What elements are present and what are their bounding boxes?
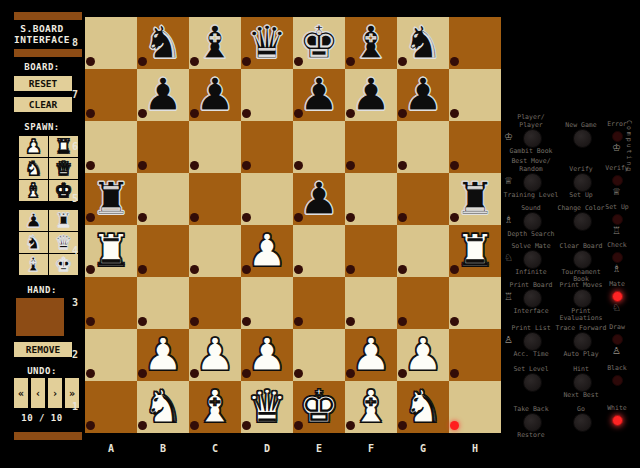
square-e7[interactable]: ♟ — [293, 69, 345, 121]
player-player-button[interactable] — [523, 129, 542, 148]
square-e3[interactable] — [293, 277, 345, 329]
square-led-g5 — [398, 213, 407, 222]
square-led-e5 — [294, 213, 303, 222]
square-led-g3 — [398, 317, 407, 326]
square-led-h7 — [450, 109, 459, 118]
square-b3[interactable] — [137, 277, 189, 329]
square-d5[interactable] — [241, 173, 293, 225]
chess-board: ♞♝♛♚♝♞♟♟♟♟♟♜♟♜♜♟♜♟♟♟♟♟♞♝♛♚♝♞ — [85, 17, 501, 433]
set-level-button[interactable] — [523, 373, 542, 392]
square-c1[interactable]: ♝ — [189, 381, 241, 433]
knight-icon: ♘ — [612, 303, 621, 313]
square-led-e1 — [294, 421, 303, 430]
spawn-black-knight[interactable]: ♞ — [19, 232, 48, 253]
square-led-b7 — [138, 109, 147, 118]
square-h4[interactable]: ♜ — [449, 225, 501, 277]
square-led-f3 — [346, 317, 355, 326]
spawn-white-pawn[interactable]: ♟ — [19, 136, 48, 157]
square-led-a5 — [86, 213, 95, 222]
black-pawn-icon: ♟ — [25, 211, 42, 230]
hand-slot[interactable] — [16, 298, 64, 336]
square-h3[interactable] — [449, 277, 501, 329]
hint-button[interactable] — [573, 373, 592, 392]
square-f2[interactable]: ♟ — [345, 329, 397, 381]
spawn-black-rook[interactable]: ♜ — [49, 210, 78, 231]
spawn-black-king[interactable]: ♚ — [49, 254, 78, 275]
square-c2[interactable]: ♟ — [189, 329, 241, 381]
pawn-icon: ♙ — [612, 346, 621, 356]
square-c3[interactable] — [189, 277, 241, 329]
square-led-f5 — [346, 213, 355, 222]
square-led-e6 — [294, 161, 303, 170]
set-up-led — [612, 214, 623, 225]
sboard-interface-app: S.BOARD INTERFACE BOARD: RESET CLEAR SPA… — [0, 0, 640, 468]
console-row-1: ♔Player/ PlayerGambit BookNew GameError♔ — [500, 116, 640, 158]
square-led-a6 — [86, 161, 95, 170]
rank-label-6: 6 — [68, 141, 82, 152]
black-king-icon: ♚ — [55, 255, 72, 274]
file-label-h: H — [449, 443, 501, 454]
undo-button[interactable]: ‹ — [31, 378, 45, 408]
square-led-h5 — [450, 213, 459, 222]
rook-icon: ♖ — [612, 226, 621, 236]
square-d6[interactable] — [241, 121, 293, 173]
square-d1[interactable]: ♛ — [241, 381, 293, 433]
black-pawn-c7[interactable]: ♟ — [195, 69, 235, 121]
square-led-h2 — [450, 369, 459, 378]
square-b7[interactable]: ♟ — [137, 69, 189, 121]
bishop-icon: ♗ — [612, 264, 621, 274]
square-led-a8 — [86, 57, 95, 66]
square-led-f2 — [346, 369, 355, 378]
solve-mate-button[interactable] — [523, 250, 542, 269]
black-bishop-f8[interactable]: ♝ — [351, 17, 391, 69]
square-c6[interactable] — [189, 121, 241, 173]
square-h6[interactable] — [449, 121, 501, 173]
square-b2[interactable]: ♟ — [137, 329, 189, 381]
square-led-b1 — [138, 421, 147, 430]
print-moves-button[interactable] — [573, 289, 592, 308]
clear-board-button[interactable] — [573, 250, 592, 269]
go-button[interactable] — [573, 413, 592, 432]
spawn-white-queen[interactable]: ♛ — [49, 158, 78, 179]
white-queen-icon: ♛ — [55, 159, 72, 178]
square-led-d8 — [242, 57, 251, 66]
square-led-h6 — [450, 161, 459, 170]
square-d4[interactable]: ♟ — [241, 225, 293, 277]
label-led-set-up: Set Up — [597, 204, 637, 211]
console-row-3: ♗SoundDepth SearchChange ColorSet Up♖ — [500, 199, 640, 241]
label-led-mate: Mate — [597, 281, 637, 288]
label-led-error: Error — [597, 121, 637, 128]
square-e1[interactable]: ♚ — [293, 381, 345, 433]
square-led-b6 — [138, 161, 147, 170]
new-game-button[interactable] — [573, 129, 592, 148]
console-row-6: ♙Print ListAcc. TimeTrace ForwardAuto Pl… — [500, 319, 640, 361]
square-led-g7 — [398, 109, 407, 118]
square-led-g4 — [398, 265, 407, 274]
label-led-check: Check — [597, 242, 637, 249]
square-led-d7 — [242, 109, 251, 118]
white-pawn-c2[interactable]: ♟ — [195, 329, 235, 381]
square-h5[interactable]: ♜ — [449, 173, 501, 225]
spawn-black-bishop[interactable]: ♝ — [19, 254, 48, 275]
white-king-e1[interactable]: ♚ — [299, 381, 339, 433]
label-auto-play: Auto Play — [552, 351, 610, 358]
square-h7[interactable] — [449, 69, 501, 121]
square-c5[interactable] — [189, 173, 241, 225]
hand-section-label: HAND: — [0, 285, 84, 295]
square-g6[interactable] — [397, 121, 449, 173]
square-led-c4 — [190, 265, 199, 274]
square-b8[interactable]: ♞ — [137, 17, 189, 69]
square-led-h8 — [450, 57, 459, 66]
square-led-g1 — [398, 421, 407, 430]
spawn-white-bishop[interactable]: ♝ — [19, 180, 48, 201]
square-led-e3 — [294, 317, 303, 326]
label-gambit-book: Gambit Book — [500, 148, 562, 155]
square-g1[interactable]: ♞ — [397, 381, 449, 433]
white-bishop-icon: ♝ — [25, 181, 42, 200]
draw-led — [612, 334, 623, 345]
square-h2[interactable] — [449, 329, 501, 381]
king-icon: ♔ — [504, 132, 513, 142]
queen-icon: ♕ — [612, 187, 621, 197]
square-d8[interactable]: ♛ — [241, 17, 293, 69]
label-led-verify: Verify — [597, 165, 637, 172]
black-bishop-c8[interactable]: ♝ — [195, 17, 235, 69]
spawn-black-pawn[interactable]: ♟ — [19, 210, 48, 231]
square-g4[interactable] — [397, 225, 449, 277]
square-led-d5 — [242, 213, 251, 222]
king-icon: ♔ — [612, 143, 621, 153]
square-led-g8 — [398, 57, 407, 66]
label-led-draw: Draw — [597, 324, 637, 331]
label-next-best: Next Best — [552, 392, 610, 399]
square-g5[interactable] — [397, 173, 449, 225]
label-led-white: White — [597, 405, 637, 412]
square-led-b5 — [138, 213, 147, 222]
black-knight-g8[interactable]: ♞ — [403, 17, 443, 69]
square-led-g2 — [398, 369, 407, 378]
label-led-black: Black — [597, 365, 637, 372]
square-led-f1 — [346, 421, 355, 430]
square-led-d3 — [242, 317, 251, 326]
square-a4[interactable]: ♜ — [85, 225, 137, 277]
queen-icon: ♕ — [504, 176, 513, 186]
square-c8[interactable]: ♝ — [189, 17, 241, 69]
square-a1[interactable] — [85, 381, 137, 433]
black-knight-b8[interactable]: ♞ — [143, 17, 183, 69]
undo-count: 10 / 10 — [0, 413, 84, 423]
white-bishop-c1[interactable]: ♝ — [195, 381, 235, 433]
rank-label-7: 7 — [68, 89, 82, 100]
square-b6[interactable] — [137, 121, 189, 173]
square-d3[interactable] — [241, 277, 293, 329]
mate-led — [612, 291, 623, 302]
square-led-e7 — [294, 109, 303, 118]
trace-forward-button[interactable] — [573, 332, 592, 351]
square-led-a2 — [86, 369, 95, 378]
chess-computer-console: Computing ♔Player/ PlayerGambit BookNew … — [500, 0, 640, 468]
print-board-button[interactable] — [523, 289, 542, 308]
square-led-b2 — [138, 369, 147, 378]
square-e2[interactable] — [293, 329, 345, 381]
square-d7[interactable] — [241, 69, 293, 121]
rank-label-5: 5 — [68, 193, 82, 204]
square-e6[interactable] — [293, 121, 345, 173]
square-led-c5 — [190, 213, 199, 222]
square-led-c7 — [190, 109, 199, 118]
black-bishop-icon: ♝ — [25, 255, 42, 274]
white-pawn-b2[interactable]: ♟ — [143, 329, 183, 381]
square-led-f8 — [346, 57, 355, 66]
label-restore: Restore — [500, 432, 562, 439]
square-led-d1 — [242, 421, 251, 430]
square-led-d6 — [242, 161, 251, 170]
console-row-5: ♖Print BoardInterfacePrint MovesPrint Ev… — [500, 276, 640, 318]
square-d2[interactable]: ♟ — [241, 329, 293, 381]
console-row-2: ♕Best Move/ RandomTraining LevelVerifySe… — [500, 160, 640, 202]
square-g2[interactable]: ♟ — [397, 329, 449, 381]
square-led-c1 — [190, 421, 199, 430]
white-pawn-icon: ♟ — [25, 137, 42, 156]
undo-all-button[interactable]: « — [14, 378, 28, 408]
print-list-button[interactable] — [523, 332, 542, 351]
black-rook-icon: ♜ — [55, 211, 72, 230]
square-c7[interactable]: ♟ — [189, 69, 241, 121]
square-f1[interactable]: ♝ — [345, 381, 397, 433]
square-led-f4 — [346, 265, 355, 274]
white-knight-b1[interactable]: ♞ — [143, 381, 183, 433]
verify-led — [612, 175, 623, 186]
black-pawn-f7[interactable]: ♟ — [351, 69, 391, 121]
white-pawn-d2[interactable]: ♟ — [247, 329, 287, 381]
console-row-4: ♘Solve MateInfiniteClear BoardTournament… — [500, 237, 640, 279]
sound-button[interactable] — [523, 212, 542, 231]
square-b5[interactable] — [137, 173, 189, 225]
black-rook-h5[interactable]: ♜ — [455, 173, 495, 225]
square-led-c2 — [190, 369, 199, 378]
white-knight-g1[interactable]: ♞ — [403, 381, 443, 433]
square-led-h3 — [450, 317, 459, 326]
square-led-a1 — [86, 421, 95, 430]
square-led-e4 — [294, 265, 303, 274]
title-bar-bottom — [14, 49, 82, 57]
white-led — [612, 415, 623, 426]
square-led-a4 — [86, 265, 95, 274]
black-pawn-e7[interactable]: ♟ — [299, 69, 339, 121]
square-led-c3 — [190, 317, 199, 326]
app-title-line1: S.BOARD — [0, 23, 84, 34]
redo-button[interactable]: › — [48, 378, 62, 408]
error-led — [612, 131, 623, 142]
black-pawn-g7[interactable]: ♟ — [403, 69, 443, 121]
rank-label-2: 2 — [68, 349, 82, 360]
white-pawn-f2[interactable]: ♟ — [351, 329, 391, 381]
rank-label-4: 4 — [68, 245, 82, 256]
square-g3[interactable] — [397, 277, 449, 329]
white-pawn-g2[interactable]: ♟ — [403, 329, 443, 381]
square-g8[interactable]: ♞ — [397, 17, 449, 69]
square-led-h1 — [450, 421, 459, 430]
black-knight-icon: ♞ — [25, 233, 42, 252]
spawn-palette-black: ♟♜♞♛♝♚ — [19, 210, 78, 275]
take-back-button[interactable] — [523, 413, 542, 432]
square-b1[interactable]: ♞ — [137, 381, 189, 433]
square-led-b8 — [138, 57, 147, 66]
spawn-white-knight[interactable]: ♞ — [19, 158, 48, 179]
square-led-e8 — [294, 57, 303, 66]
console-row-7: Set LevelHintNext BestBlack — [500, 360, 640, 402]
title-bar-top — [14, 12, 82, 20]
square-c4[interactable] — [189, 225, 241, 277]
white-rook-h4[interactable]: ♜ — [455, 225, 495, 277]
square-a8[interactable] — [85, 17, 137, 69]
pawn-icon: ♙ — [504, 335, 513, 345]
rank-label-3: 3 — [68, 297, 82, 308]
square-led-f6 — [346, 161, 355, 170]
square-led-a3 — [86, 317, 95, 326]
verify-button[interactable] — [573, 173, 592, 192]
file-label-g: G — [397, 443, 449, 454]
best-move-random-button[interactable] — [523, 173, 542, 192]
white-pawn-d4[interactable]: ♟ — [247, 225, 287, 277]
square-led-h4 — [450, 265, 459, 274]
remove-button[interactable]: REMOVE — [14, 342, 72, 357]
square-led-c6 — [190, 161, 199, 170]
black-led — [612, 375, 623, 386]
file-label-c: C — [189, 443, 241, 454]
square-led-f7 — [346, 109, 355, 118]
white-knight-icon: ♞ — [25, 159, 42, 178]
file-label-a: A — [85, 443, 137, 454]
black-rook-a5[interactable]: ♜ — [91, 173, 131, 225]
rook-icon: ♖ — [504, 292, 513, 302]
black-king-e8[interactable]: ♚ — [299, 17, 339, 69]
file-label-f: F — [345, 443, 397, 454]
square-led-b3 — [138, 317, 147, 326]
console-row-8: Take BackRestoreGoWhite — [500, 400, 640, 442]
black-pawn-e5[interactable]: ♟ — [299, 173, 339, 225]
check-led — [612, 252, 623, 263]
square-g7[interactable]: ♟ — [397, 69, 449, 121]
square-e5[interactable]: ♟ — [293, 173, 345, 225]
square-f5[interactable] — [345, 173, 397, 225]
black-queen-d8[interactable]: ♛ — [247, 17, 287, 69]
square-a6[interactable] — [85, 121, 137, 173]
file-label-b: B — [137, 443, 189, 454]
square-led-a7 — [86, 109, 95, 118]
square-h8[interactable] — [449, 17, 501, 69]
sidebar-bottom-bar — [14, 432, 82, 440]
square-led-e2 — [294, 369, 303, 378]
square-led-c8 — [190, 57, 199, 66]
square-f6[interactable] — [345, 121, 397, 173]
knight-icon: ♘ — [504, 253, 513, 263]
black-pawn-b7[interactable]: ♟ — [143, 69, 183, 121]
square-a5[interactable]: ♜ — [85, 173, 137, 225]
square-led-g6 — [398, 161, 407, 170]
undo-section-label: UNDO: — [0, 366, 84, 376]
square-led-b4 — [138, 265, 147, 274]
square-led-d4 — [242, 265, 251, 274]
square-e8[interactable]: ♚ — [293, 17, 345, 69]
square-led-d2 — [242, 369, 251, 378]
rank-label-1: 1 — [68, 401, 82, 412]
bishop-icon: ♗ — [504, 215, 513, 225]
file-label-d: D — [241, 443, 293, 454]
white-rook-a4[interactable]: ♜ — [91, 225, 131, 277]
square-a2[interactable] — [85, 329, 137, 381]
spawn-section-label: SPAWN: — [0, 122, 84, 132]
square-e4[interactable] — [293, 225, 345, 277]
square-h1[interactable] — [449, 381, 501, 433]
square-a3[interactable] — [85, 277, 137, 329]
clear-button[interactable]: CLEAR — [14, 97, 72, 112]
square-b4[interactable] — [137, 225, 189, 277]
square-f8[interactable]: ♝ — [345, 17, 397, 69]
square-f4[interactable] — [345, 225, 397, 277]
square-a7[interactable] — [85, 69, 137, 121]
file-label-e: E — [293, 443, 345, 454]
board-section-label: BOARD: — [0, 62, 84, 72]
change-color-button[interactable] — [573, 212, 592, 231]
square-f3[interactable] — [345, 277, 397, 329]
square-f7[interactable]: ♟ — [345, 69, 397, 121]
white-bishop-f1[interactable]: ♝ — [351, 381, 391, 433]
rank-label-8: 8 — [68, 37, 82, 48]
reset-button[interactable]: RESET — [14, 76, 72, 91]
white-queen-d1[interactable]: ♛ — [247, 381, 287, 433]
